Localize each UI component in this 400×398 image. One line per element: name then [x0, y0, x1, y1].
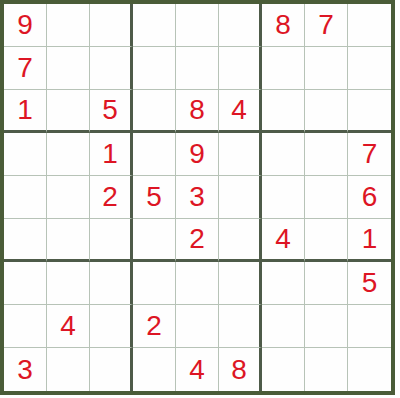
sudoku-cell-r6c1[interactable] [4, 219, 47, 262]
given-digit: 8 [275, 11, 291, 39]
sudoku-cell-r6c6[interactable] [219, 219, 262, 262]
sudoku-cell-r4c8[interactable] [305, 133, 348, 176]
given-digit: 4 [189, 356, 205, 384]
sudoku-cell-r6c7[interactable]: 4 [262, 219, 305, 262]
sudoku-cell-r7c8[interactable] [305, 262, 348, 305]
sudoku-cell-r9c5[interactable]: 4 [176, 348, 219, 391]
sudoku-cell-r3c4[interactable] [133, 90, 176, 133]
sudoku-cell-r8c9[interactable] [348, 305, 391, 348]
sudoku-cell-r1c1[interactable]: 9 [4, 4, 47, 47]
sudoku-cell-r1c3[interactable] [90, 4, 133, 47]
sudoku-cell-r8c4[interactable]: 2 [133, 305, 176, 348]
sudoku-cell-r6c2[interactable] [47, 219, 90, 262]
sudoku-cell-r7c1[interactable] [4, 262, 47, 305]
sudoku-cell-r1c9[interactable] [348, 4, 391, 47]
sudoku-cell-r6c4[interactable] [133, 219, 176, 262]
sudoku-cell-r7c7[interactable] [262, 262, 305, 305]
given-digit: 4 [275, 225, 291, 253]
given-digit: 9 [189, 140, 205, 168]
sudoku-cell-r8c1[interactable] [4, 305, 47, 348]
sudoku-cell-r4c2[interactable] [47, 133, 90, 176]
sudoku-cell-r3c6[interactable]: 4 [219, 90, 262, 133]
sudoku-cell-r9c7[interactable] [262, 348, 305, 391]
sudoku-cell-r9c3[interactable] [90, 348, 133, 391]
sudoku-cell-r1c4[interactable] [133, 4, 176, 47]
sudoku-page: 987715841972536241542348 [0, 0, 400, 398]
sudoku-cell-r9c2[interactable] [47, 348, 90, 391]
sudoku-cell-r3c1[interactable]: 1 [4, 90, 47, 133]
given-digit: 3 [189, 183, 205, 211]
sudoku-cell-r1c2[interactable] [47, 4, 90, 47]
sudoku-cell-r7c4[interactable] [133, 262, 176, 305]
sudoku-cell-r4c5[interactable]: 9 [176, 133, 219, 176]
given-digit: 8 [231, 356, 247, 384]
sudoku-cell-r3c5[interactable]: 8 [176, 90, 219, 133]
sudoku-cell-r2c4[interactable] [133, 47, 176, 90]
sudoku-cell-r6c8[interactable] [305, 219, 348, 262]
given-digit: 7 [17, 54, 33, 82]
sudoku-cell-r5c5[interactable]: 3 [176, 176, 219, 219]
sudoku-cell-r7c3[interactable] [90, 262, 133, 305]
sudoku-cell-r4c3[interactable]: 1 [90, 133, 133, 176]
sudoku-cell-r7c5[interactable] [176, 262, 219, 305]
sudoku-cell-r9c1[interactable]: 3 [4, 348, 47, 391]
sudoku-cell-r4c6[interactable] [219, 133, 262, 176]
sudoku-cell-r2c7[interactable] [262, 47, 305, 90]
sudoku-cell-r7c9[interactable]: 5 [348, 262, 391, 305]
sudoku-cell-r3c8[interactable] [305, 90, 348, 133]
sudoku-cell-r1c7[interactable]: 8 [262, 4, 305, 47]
sudoku-cell-r6c9[interactable]: 1 [348, 219, 391, 262]
sudoku-cell-r3c2[interactable] [47, 90, 90, 133]
sudoku-cell-r4c9[interactable]: 7 [348, 133, 391, 176]
given-digit: 5 [102, 96, 118, 124]
sudoku-cell-r8c6[interactable] [219, 305, 262, 348]
sudoku-cell-r6c3[interactable] [90, 219, 133, 262]
sudoku-cell-r3c7[interactable] [262, 90, 305, 133]
given-digit: 7 [318, 11, 334, 39]
sudoku-cell-r8c2[interactable]: 4 [47, 305, 90, 348]
given-digit: 6 [362, 183, 378, 211]
sudoku-cell-r2c2[interactable] [47, 47, 90, 90]
given-digit: 7 [362, 140, 378, 168]
sudoku-cell-r2c1[interactable]: 7 [4, 47, 47, 90]
given-digit: 9 [17, 11, 33, 39]
sudoku-cell-r8c5[interactable] [176, 305, 219, 348]
sudoku-cell-r2c3[interactable] [90, 47, 133, 90]
sudoku-cell-r5c9[interactable]: 6 [348, 176, 391, 219]
sudoku-cell-r9c6[interactable]: 8 [219, 348, 262, 391]
sudoku-cell-r1c8[interactable]: 7 [305, 4, 348, 47]
sudoku-cell-r6c5[interactable]: 2 [176, 219, 219, 262]
sudoku-grid: 987715841972536241542348 [4, 4, 391, 391]
sudoku-cell-r1c5[interactable] [176, 4, 219, 47]
sudoku-cell-r5c1[interactable] [4, 176, 47, 219]
sudoku-cell-r7c2[interactable] [47, 262, 90, 305]
sudoku-cell-r5c6[interactable] [219, 176, 262, 219]
given-digit: 2 [189, 225, 205, 253]
sudoku-cell-r5c7[interactable] [262, 176, 305, 219]
given-digit: 1 [102, 140, 118, 168]
sudoku-cell-r8c3[interactable] [90, 305, 133, 348]
given-digit: 2 [146, 312, 162, 340]
sudoku-cell-r5c2[interactable] [47, 176, 90, 219]
sudoku-cell-r4c1[interactable] [4, 133, 47, 176]
given-digit: 4 [231, 96, 247, 124]
sudoku-cell-r2c5[interactable] [176, 47, 219, 90]
sudoku-cell-r3c9[interactable] [348, 90, 391, 133]
sudoku-cell-r2c8[interactable] [305, 47, 348, 90]
sudoku-cell-r1c6[interactable] [219, 4, 262, 47]
sudoku-cell-r2c9[interactable] [348, 47, 391, 90]
sudoku-cell-r5c3[interactable]: 2 [90, 176, 133, 219]
sudoku-cell-r2c6[interactable] [219, 47, 262, 90]
given-digit: 1 [362, 225, 378, 253]
given-digit: 2 [102, 183, 118, 211]
given-digit: 8 [189, 96, 205, 124]
sudoku-cell-r9c9[interactable] [348, 348, 391, 391]
given-digit: 1 [17, 96, 33, 124]
sudoku-cell-r5c4[interactable]: 5 [133, 176, 176, 219]
given-digit: 3 [17, 356, 33, 384]
sudoku-cell-r8c7[interactable] [262, 305, 305, 348]
sudoku-cell-r9c4[interactable] [133, 348, 176, 391]
sudoku-cell-r3c3[interactable]: 5 [90, 90, 133, 133]
sudoku-cell-r8c8[interactable] [305, 305, 348, 348]
given-digit: 5 [362, 269, 378, 297]
given-digit: 4 [60, 312, 76, 340]
sudoku-cell-r9c8[interactable] [305, 348, 348, 391]
sudoku-cell-r7c6[interactable] [219, 262, 262, 305]
sudoku-board: 987715841972536241542348 [0, 0, 395, 395]
sudoku-cell-r4c4[interactable] [133, 133, 176, 176]
given-digit: 5 [146, 183, 162, 211]
sudoku-cell-r5c8[interactable] [305, 176, 348, 219]
sudoku-cell-r4c7[interactable] [262, 133, 305, 176]
